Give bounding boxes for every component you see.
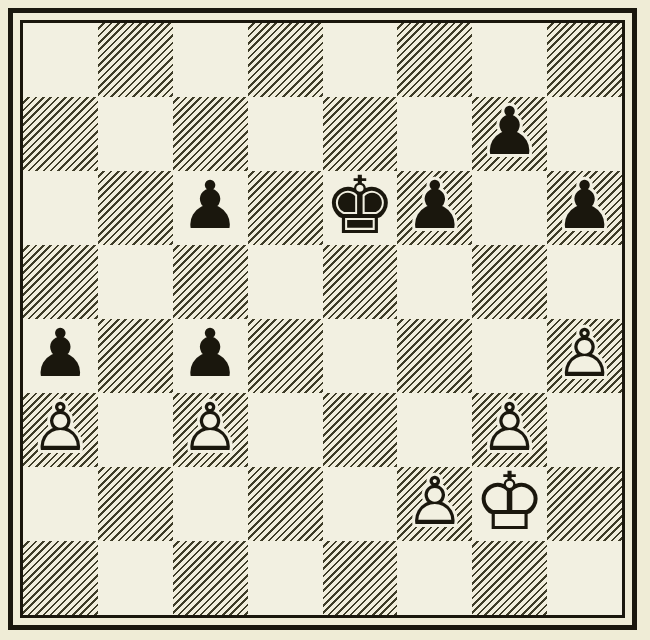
square-g4 <box>472 319 547 393</box>
square-d1 <box>248 541 323 615</box>
square-h7 <box>547 97 622 171</box>
square-a4: ♟♟ <box>23 319 98 393</box>
square-h1 <box>547 541 622 615</box>
black-pawn-a4: ♟♟ <box>23 319 98 393</box>
square-e5 <box>323 245 398 319</box>
square-e8 <box>323 23 398 97</box>
square-h3 <box>547 393 622 467</box>
square-c6: ♟♟ <box>173 171 248 245</box>
square-g6 <box>472 171 547 245</box>
square-d3 <box>248 393 323 467</box>
square-f1 <box>397 541 472 615</box>
square-b1 <box>98 541 173 615</box>
square-c7 <box>173 97 248 171</box>
white-king-g2: ♚♔ <box>472 467 547 541</box>
square-b8 <box>98 23 173 97</box>
square-a7 <box>23 97 98 171</box>
square-h2 <box>547 467 622 541</box>
piece-glyph: ♟ <box>405 173 464 239</box>
square-d5 <box>248 245 323 319</box>
square-c8 <box>173 23 248 97</box>
square-d6 <box>248 171 323 245</box>
square-f5 <box>397 245 472 319</box>
square-h8 <box>547 23 622 97</box>
piece-glyph: ♙ <box>405 469 464 535</box>
chess-board: ♟♟♟♟♚♚♟♟♟♟♟♟♟♟♟♙♟♙♟♙♟♙♟♙♚♔ <box>23 23 622 615</box>
square-h6: ♟♟ <box>547 171 622 245</box>
square-f6: ♟♟ <box>397 171 472 245</box>
diagram-outer-frame: ♟♟♟♟♚♚♟♟♟♟♟♟♟♟♟♙♟♙♟♙♟♙♟♙♚♔ <box>8 8 637 630</box>
book-page: ♟♟♟♟♚♚♟♟♟♟♟♟♟♟♟♙♟♙♟♙♟♙♟♙♚♔ <box>0 0 650 640</box>
piece-glyph: ♟ <box>31 321 90 387</box>
square-g7: ♟♟ <box>472 97 547 171</box>
diagram-inner-frame: ♟♟♟♟♚♚♟♟♟♟♟♟♟♟♟♙♟♙♟♙♟♙♟♙♚♔ <box>20 20 625 618</box>
square-h4: ♟♙ <box>547 319 622 393</box>
piece-glyph: ♔ <box>474 462 546 542</box>
piece-glyph: ♟ <box>480 99 539 165</box>
square-e3 <box>323 393 398 467</box>
square-g8 <box>472 23 547 97</box>
square-c4: ♟♟ <box>173 319 248 393</box>
piece-glyph: ♙ <box>480 395 539 461</box>
piece-glyph: ♙ <box>31 395 90 461</box>
piece-glyph: ♙ <box>555 321 614 387</box>
square-f7 <box>397 97 472 171</box>
square-b2 <box>98 467 173 541</box>
piece-glyph: ♟ <box>181 321 240 387</box>
square-a3: ♟♙ <box>23 393 98 467</box>
black-pawn-c4: ♟♟ <box>173 319 248 393</box>
square-g5 <box>472 245 547 319</box>
square-f8 <box>397 23 472 97</box>
square-b3 <box>98 393 173 467</box>
square-d4 <box>248 319 323 393</box>
square-g2: ♚♔ <box>472 467 547 541</box>
black-king-e6: ♚♚ <box>323 171 398 245</box>
square-b5 <box>98 245 173 319</box>
piece-glyph: ♚ <box>324 166 396 246</box>
white-pawn-c3: ♟♙ <box>173 393 248 467</box>
square-c3: ♟♙ <box>173 393 248 467</box>
square-c5 <box>173 245 248 319</box>
square-d8 <box>248 23 323 97</box>
square-g1 <box>472 541 547 615</box>
square-f2: ♟♙ <box>397 467 472 541</box>
square-e6: ♚♚ <box>323 171 398 245</box>
square-e2 <box>323 467 398 541</box>
square-a2 <box>23 467 98 541</box>
white-pawn-a3: ♟♙ <box>23 393 98 467</box>
square-e4 <box>323 319 398 393</box>
white-pawn-f2: ♟♙ <box>397 467 472 541</box>
square-f3 <box>397 393 472 467</box>
square-a6 <box>23 171 98 245</box>
square-c2 <box>173 467 248 541</box>
square-e1 <box>323 541 398 615</box>
square-c1 <box>173 541 248 615</box>
square-d7 <box>248 97 323 171</box>
black-pawn-h6: ♟♟ <box>547 171 622 245</box>
black-pawn-f6: ♟♟ <box>397 171 472 245</box>
square-d2 <box>248 467 323 541</box>
square-b6 <box>98 171 173 245</box>
black-pawn-g7: ♟♟ <box>472 97 547 171</box>
square-b7 <box>98 97 173 171</box>
square-h5 <box>547 245 622 319</box>
square-a8 <box>23 23 98 97</box>
square-a5 <box>23 245 98 319</box>
square-f4 <box>397 319 472 393</box>
white-pawn-h4: ♟♙ <box>547 319 622 393</box>
square-a1 <box>23 541 98 615</box>
piece-glyph: ♙ <box>181 395 240 461</box>
piece-glyph: ♟ <box>555 173 614 239</box>
square-b4 <box>98 319 173 393</box>
black-pawn-c6: ♟♟ <box>173 171 248 245</box>
piece-glyph: ♟ <box>181 173 240 239</box>
